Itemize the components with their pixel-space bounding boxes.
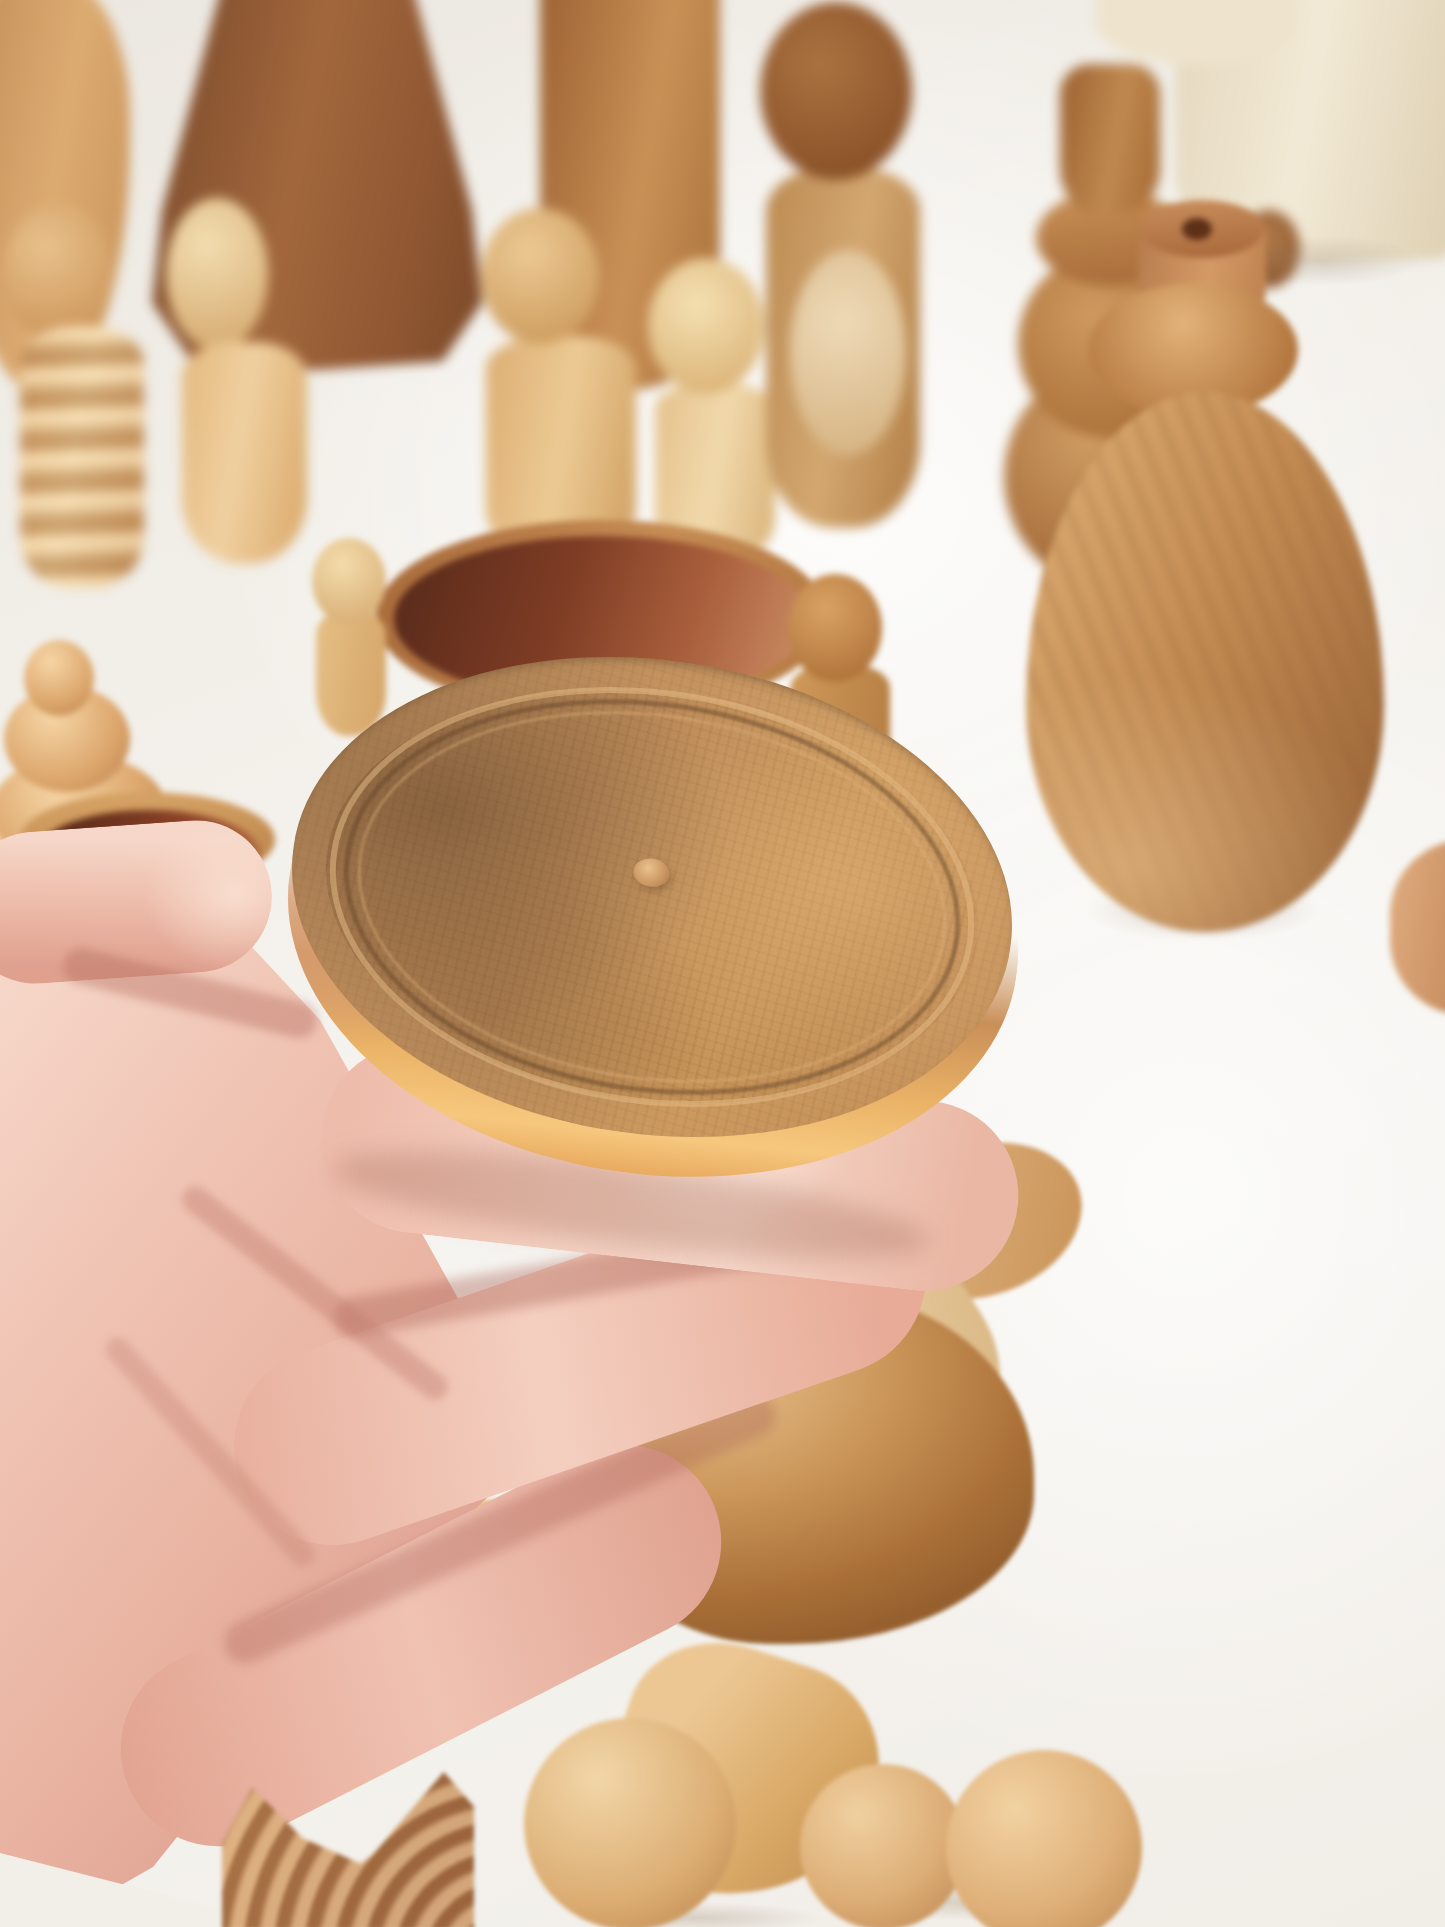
plate-group (0, 0, 1445, 1927)
photo-wooden-toys-scene (0, 0, 1445, 1927)
